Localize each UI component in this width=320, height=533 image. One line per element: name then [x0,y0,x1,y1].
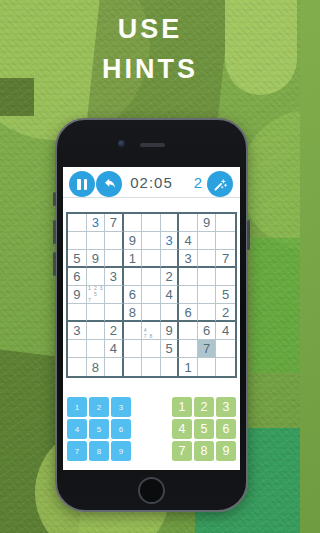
numpad-pencil-key-8[interactable]: 8 [89,441,109,461]
app-screen: 02:05 2 37993459137632912357645862324789… [63,167,240,470]
hint-count: 2 [194,167,202,197]
numpad-normal-key-2[interactable]: 2 [194,397,214,417]
sudoku-cell[interactable] [216,268,235,286]
sudoku-cell[interactable] [87,304,106,322]
sudoku-cell[interactable]: 2 [216,304,235,322]
numpad-normal-key-8[interactable]: 8 [194,441,214,461]
pencil-marks: 12357 [87,286,105,303]
sudoku-cell[interactable] [68,304,87,322]
sudoku-cell[interactable] [124,268,143,286]
sudoku-cell[interactable]: 2 [161,268,180,286]
hint-button[interactable] [207,171,233,197]
sudoku-cell[interactable] [142,340,161,358]
sudoku-cell[interactable] [87,268,106,286]
sudoku-cell[interactable]: 9 [87,250,106,268]
numpad-pencil-key-1[interactable]: 1 [67,397,87,417]
sudoku-cell[interactable] [68,214,87,232]
camera-icon [118,140,125,147]
sudoku-cell[interactable] [142,304,161,322]
sudoku-cell[interactable] [105,250,124,268]
magic-wand-icon [213,177,228,192]
sudoku-cell[interactable]: 4 [105,340,124,358]
sudoku-cell[interactable]: 6 [68,268,87,286]
sudoku-cell[interactable] [161,214,180,232]
sudoku-cell[interactable] [179,322,198,340]
sudoku-cell[interactable] [161,358,180,376]
sudoku-cell[interactable]: 6 [198,322,217,340]
sudoku-cell[interactable] [124,214,143,232]
power-button [247,220,250,250]
sudoku-cell[interactable]: 7 [105,214,124,232]
numpad-normal-key-9[interactable]: 9 [216,441,236,461]
sudoku-cell[interactable] [216,232,235,250]
numpad-normal-key-4[interactable]: 4 [172,419,192,439]
sudoku-cell[interactable]: 1 [179,358,198,376]
numpad-pencil-key-4[interactable]: 4 [67,419,87,439]
sudoku-cell[interactable] [142,250,161,268]
sudoku-cell[interactable]: 7 [198,340,217,358]
toolbar: 02:05 2 [63,167,240,197]
numpad-normal: 123456789 [172,397,236,461]
sudoku-cell[interactable] [142,286,161,304]
sudoku-cell[interactable]: 9 [161,322,180,340]
numpad-pencil-key-5[interactable]: 5 [89,419,109,439]
sudoku-cell[interactable] [161,304,180,322]
sudoku-cell[interactable] [198,358,217,376]
volume-button [53,192,56,206]
sudoku-cell[interactable] [198,304,217,322]
sudoku-cell[interactable] [198,232,217,250]
numpad-normal-key-7[interactable]: 7 [172,441,192,461]
sudoku-cell[interactable] [87,340,106,358]
numpad-normal-key-1[interactable]: 1 [172,397,192,417]
sudoku-cell[interactable]: 4 [179,232,198,250]
sudoku-cell[interactable] [198,268,217,286]
sudoku-cell[interactable]: 3 [161,232,180,250]
sudoku-cell[interactable]: 3 [68,322,87,340]
sudoku-cell[interactable] [142,214,161,232]
sudoku-cell[interactable] [142,232,161,250]
sudoku-cell[interactable] [142,358,161,376]
sudoku-cell[interactable]: 8 [87,358,106,376]
sudoku-cell[interactable]: 5 [161,340,180,358]
sudoku-cell[interactable] [105,232,124,250]
phone-frame: 02:05 2 37993459137632912357645862324789… [55,118,248,512]
volume-button [53,220,56,244]
sudoku-cell[interactable]: 478 [142,322,161,340]
sudoku-cell[interactable]: 7 [216,250,235,268]
sudoku-cell[interactable] [124,340,143,358]
sudoku-cell[interactable] [161,250,180,268]
sudoku-cell[interactable]: 3 [87,214,106,232]
numpad-pencil-key-7[interactable]: 7 [67,441,87,461]
sudoku-cell[interactable]: 12357 [87,286,106,304]
sudoku-cell[interactable]: 9 [198,214,217,232]
sudoku-cell[interactable]: 6 [179,304,198,322]
sudoku-cell[interactable]: 8 [124,304,143,322]
sudoku-cell[interactable]: 3 [179,250,198,268]
sudoku-cell[interactable] [216,214,235,232]
pencil-marks: 478 [142,322,160,339]
sudoku-cell[interactable] [179,340,198,358]
sudoku-cell[interactable]: 5 [68,250,87,268]
sudoku-cell[interactable]: 6 [124,286,143,304]
toolbar-divider [63,197,240,198]
sudoku-cell[interactable] [87,232,106,250]
headline: USE HINTS [0,16,300,83]
sudoku-cell[interactable] [68,358,87,376]
sudoku-cell[interactable] [68,340,87,358]
numpad-pencil-key-2[interactable]: 2 [89,397,109,417]
sudoku-cell[interactable] [68,232,87,250]
sudoku-cell[interactable] [179,268,198,286]
sudoku-cell[interactable]: 2 [105,322,124,340]
sudoku-cell[interactable]: 1 [124,250,143,268]
volume-button [53,252,56,276]
speaker-icon [140,143,165,147]
sudoku-cell[interactable] [124,358,143,376]
home-button[interactable] [138,477,165,504]
sudoku-cell[interactable]: 9 [124,232,143,250]
numpad-pencil-key-9[interactable]: 9 [111,441,131,461]
numpad-normal-key-3[interactable]: 3 [216,397,236,417]
numpad-normal-key-5[interactable]: 5 [194,419,214,439]
sudoku-cell[interactable]: 3 [105,268,124,286]
sudoku-cell[interactable]: 4 [216,322,235,340]
sudoku-cell[interactable] [142,268,161,286]
numpad-pencil-key-6[interactable]: 6 [111,419,131,439]
numpad-pencil-key-3[interactable]: 3 [111,397,131,417]
sudoku-cell[interactable] [105,286,124,304]
numpad-pencil: 123456789 [67,397,131,461]
sudoku-grid: 379934591376329123576458623247896445781 [66,212,237,378]
sudoku-cell[interactable] [198,250,217,268]
sudoku-cell[interactable] [179,286,198,304]
sudoku-cell[interactable]: 5 [216,286,235,304]
sudoku-cell[interactable] [216,358,235,376]
sudoku-cell[interactable]: 9 [68,286,87,304]
sudoku-cell[interactable] [87,322,106,340]
headline-line-2: HINTS [0,56,300,83]
sudoku-cell[interactable]: 4 [161,286,180,304]
sudoku-cell[interactable] [179,214,198,232]
sudoku-cell[interactable] [105,358,124,376]
sudoku-cell[interactable] [105,304,124,322]
sudoku-cell[interactable] [124,322,143,340]
sudoku-cell[interactable] [198,286,217,304]
headline-line-1: USE [0,16,300,43]
sudoku-cell[interactable] [216,340,235,358]
numpad-normal-key-6[interactable]: 6 [216,419,236,439]
